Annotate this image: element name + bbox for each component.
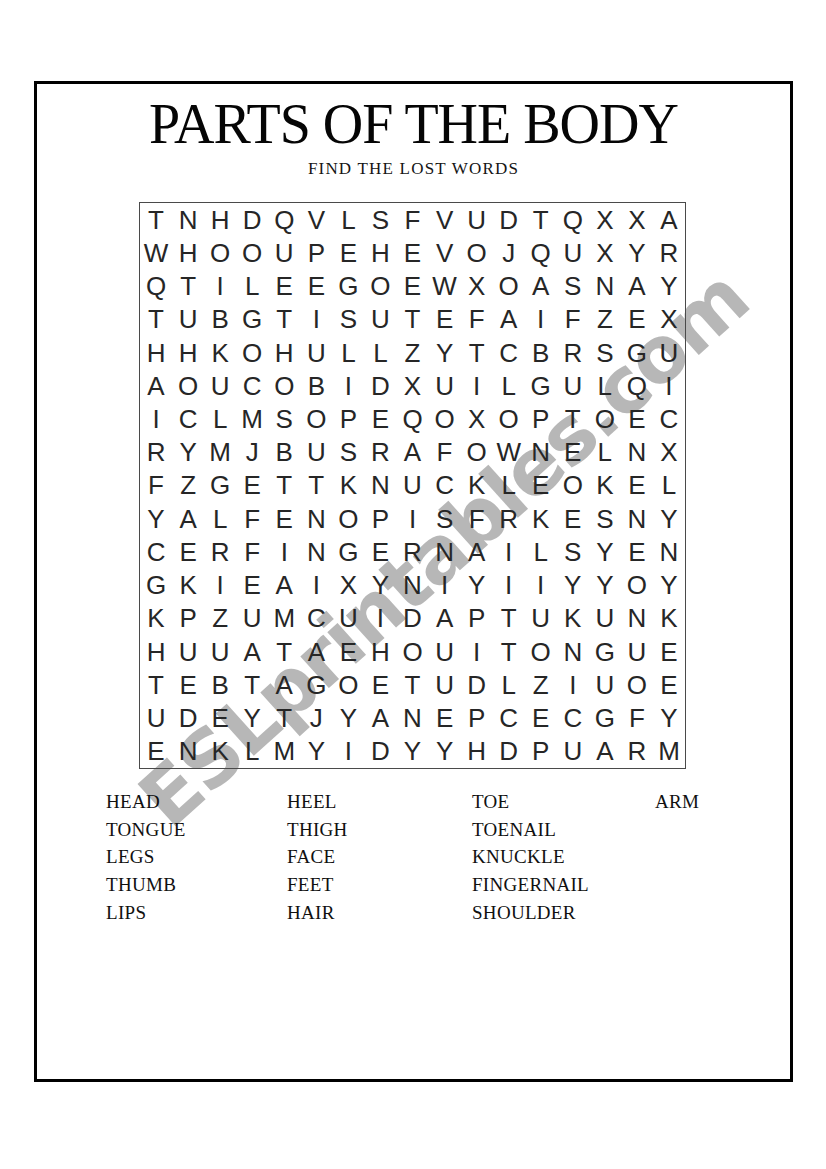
grid-cell: L <box>364 336 396 369</box>
grid-cell: I <box>300 303 332 336</box>
grid-cell: M <box>653 735 685 768</box>
grid-cell: B <box>204 668 236 701</box>
grid-cell: T <box>268 635 300 668</box>
grid-cell: Y <box>653 569 685 602</box>
grid-cell: M <box>268 602 300 635</box>
grid-cell: E <box>429 303 461 336</box>
grid-cell: F <box>236 535 268 568</box>
grid-cell: O <box>332 502 364 535</box>
grid-cell: J <box>236 436 268 469</box>
page-subtitle: FIND THE LOST WORDS <box>37 160 790 177</box>
grid-cell: L <box>525 535 557 568</box>
grid-cell: T <box>396 303 428 336</box>
grid-cell: K <box>589 469 621 502</box>
grid-cell: T <box>140 303 172 336</box>
grid-cell: H <box>268 336 300 369</box>
grid-cell: X <box>332 569 364 602</box>
grid-cell: D <box>396 602 428 635</box>
grid-cell: I <box>493 569 525 602</box>
grid-cell: B <box>204 303 236 336</box>
grid-cell: F <box>140 469 172 502</box>
grid-cell: Z <box>204 602 236 635</box>
grid-cell: Y <box>653 269 685 302</box>
grid-cell: N <box>300 502 332 535</box>
grid-cell: W <box>429 269 461 302</box>
grid-cell: C <box>140 535 172 568</box>
word-list-column: TOETOENAILKNUCKLEFINGERNAILSHOULDER <box>472 788 589 927</box>
grid-cell: A <box>268 569 300 602</box>
grid-cell: H <box>140 635 172 668</box>
grid-cell: Y <box>461 569 493 602</box>
grid-cell: E <box>268 502 300 535</box>
grid-cell: P <box>364 502 396 535</box>
grid-cell: G <box>621 336 653 369</box>
grid-cell: Y <box>621 236 653 269</box>
grid-cell: I <box>396 502 428 535</box>
grid-cell: W <box>140 236 172 269</box>
grid-cell: K <box>525 502 557 535</box>
grid-cell: O <box>461 236 493 269</box>
grid-cell: L <box>653 469 685 502</box>
grid-cell: T <box>268 303 300 336</box>
grid-cell: Z <box>396 336 428 369</box>
grid-cell: Y <box>429 336 461 369</box>
grid-cell: H <box>172 336 204 369</box>
grid-cell: L <box>589 369 621 402</box>
grid-cell: Y <box>429 735 461 768</box>
grid-cell: D <box>364 369 396 402</box>
word-list-item: SHOULDER <box>472 899 589 927</box>
grid-cell: L <box>332 336 364 369</box>
grid-cell: N <box>396 569 428 602</box>
grid-cell: U <box>589 602 621 635</box>
grid-cell: E <box>332 635 364 668</box>
grid-cell: P <box>461 702 493 735</box>
word-list-item: THIGH <box>287 816 348 844</box>
grid-cell: A <box>140 369 172 402</box>
grid-cell: P <box>172 602 204 635</box>
grid-cell: P <box>525 402 557 435</box>
grid-cell: K <box>653 602 685 635</box>
grid-cell: E <box>364 535 396 568</box>
grid-cell: B <box>525 336 557 369</box>
grid-cell: Z <box>172 469 204 502</box>
grid-cell: L <box>589 436 621 469</box>
grid-cell: A <box>461 535 493 568</box>
grid-cell: A <box>429 602 461 635</box>
grid-cell: P <box>461 602 493 635</box>
grid-cell: A <box>493 303 525 336</box>
grid-cell: Z <box>589 303 621 336</box>
grid-cell: U <box>140 702 172 735</box>
word-list-item: ARM <box>655 788 699 816</box>
grid-cell: S <box>332 436 364 469</box>
grid-cell: O <box>493 402 525 435</box>
grid-cell: P <box>300 236 332 269</box>
grid-cell: U <box>461 203 493 236</box>
grid-cell: U <box>429 668 461 701</box>
grid-cell: L <box>493 469 525 502</box>
grid-cell: G <box>236 303 268 336</box>
grid-cell: U <box>557 236 589 269</box>
grid-cell: U <box>589 668 621 701</box>
word-list-column: ARM <box>655 788 699 816</box>
grid-cell: E <box>621 535 653 568</box>
grid-cell: N <box>525 436 557 469</box>
grid-cell: C <box>493 702 525 735</box>
grid-cell: F <box>396 203 428 236</box>
grid-cell: T <box>493 602 525 635</box>
grid-cell: K <box>204 336 236 369</box>
grid-cell: Y <box>140 502 172 535</box>
grid-cell: D <box>364 735 396 768</box>
grid-cell: I <box>461 369 493 402</box>
grid-cell: I <box>332 369 364 402</box>
grid-cell: H <box>140 336 172 369</box>
grid-cell: L <box>332 203 364 236</box>
grid-cell: D <box>172 702 204 735</box>
grid-cell: E <box>236 469 268 502</box>
grid-cell: A <box>396 436 428 469</box>
grid-cell: U <box>429 369 461 402</box>
grid-cell: U <box>300 436 332 469</box>
grid-cell: E <box>429 702 461 735</box>
grid-cell: E <box>172 535 204 568</box>
grid-cell: U <box>525 602 557 635</box>
grid-cell: O <box>621 668 653 701</box>
grid-cell: S <box>557 535 589 568</box>
grid-cell: D <box>493 203 525 236</box>
grid-cell: T <box>268 702 300 735</box>
word-list-item: HAIR <box>287 899 348 927</box>
grid-cell: G <box>332 535 364 568</box>
grid-cell: C <box>236 369 268 402</box>
grid-cell: U <box>396 469 428 502</box>
grid-cell: R <box>396 535 428 568</box>
grid-cell: U <box>557 735 589 768</box>
grid-cell: O <box>268 369 300 402</box>
grid-cell: I <box>300 569 332 602</box>
grid-cell: K <box>461 469 493 502</box>
grid-cell: L <box>493 668 525 701</box>
word-list-item: FINGERNAIL <box>472 871 589 899</box>
word-list-column: HEELTHIGHFACEFEETHAIR <box>287 788 348 927</box>
word-list-item: TONGUE <box>106 816 186 844</box>
grid-cell: Y <box>332 702 364 735</box>
grid-cell: X <box>653 436 685 469</box>
grid-cell: N <box>557 635 589 668</box>
grid-cell: I <box>268 535 300 568</box>
word-list-item: KNUCKLE <box>472 843 589 871</box>
grid-cell: S <box>557 269 589 302</box>
grid-cell: M <box>268 735 300 768</box>
grid-cell: K <box>332 469 364 502</box>
grid-cell: O <box>621 569 653 602</box>
grid-cell: E <box>204 702 236 735</box>
grid-cell: R <box>204 535 236 568</box>
grid-cell: U <box>429 635 461 668</box>
grid-cell: C <box>493 336 525 369</box>
grid-cell: L <box>236 735 268 768</box>
grid-cell: R <box>653 236 685 269</box>
grid-cell: C <box>557 702 589 735</box>
grid-cell: A <box>653 203 685 236</box>
grid-cell: S <box>429 502 461 535</box>
grid-cell: G <box>332 269 364 302</box>
grid-cell: G <box>589 702 621 735</box>
grid-cell: E <box>525 469 557 502</box>
grid-cell: M <box>236 402 268 435</box>
grid-cell: A <box>300 635 332 668</box>
worksheet-frame: PARTS OF THE BODY FIND THE LOST WORDS TN… <box>34 81 793 1082</box>
grid-cell: O <box>236 336 268 369</box>
word-list-item: FACE <box>287 843 348 871</box>
grid-cell: Y <box>236 702 268 735</box>
grid-cell: Q <box>525 236 557 269</box>
word-list-item: HEEL <box>287 788 348 816</box>
grid-cell: E <box>236 569 268 602</box>
word-list-item: LIPS <box>106 899 186 927</box>
grid-cell: G <box>140 569 172 602</box>
grid-cell: D <box>461 668 493 701</box>
grid-cell: U <box>204 635 236 668</box>
grid-cell: F <box>461 303 493 336</box>
grid-cell: U <box>172 303 204 336</box>
grid-cell: I <box>493 535 525 568</box>
grid-cell: G <box>300 668 332 701</box>
grid-cell: V <box>300 203 332 236</box>
grid-cell: F <box>236 502 268 535</box>
grid-cell: L <box>236 269 268 302</box>
wordsearch-grid: TNHDQVLSFVUDTQXXAWHOOUPEHEVOJQUXYRQTILEE… <box>139 202 686 769</box>
grid-cell: J <box>493 236 525 269</box>
grid-cell: A <box>525 269 557 302</box>
grid-cell: O <box>525 635 557 668</box>
grid-cell: F <box>429 436 461 469</box>
grid-cell: Q <box>396 402 428 435</box>
grid-cell: Y <box>172 436 204 469</box>
grid-cell: V <box>429 236 461 269</box>
grid-cell: I <box>140 402 172 435</box>
grid-cell: Q <box>557 203 589 236</box>
grid-cell: G <box>589 635 621 668</box>
grid-cell: E <box>621 303 653 336</box>
word-list-item: TOE <box>472 788 589 816</box>
grid-cell: O <box>589 402 621 435</box>
grid-cell: H <box>172 236 204 269</box>
word-list-column: HEADTONGUELEGSTHUMBLIPS <box>106 788 186 927</box>
page-title: PARTS OF THE BODY <box>37 96 790 152</box>
grid-cell: K <box>557 602 589 635</box>
grid-cell: O <box>557 469 589 502</box>
grid-cell: N <box>300 535 332 568</box>
grid-cell: A <box>364 702 396 735</box>
grid-cell: I <box>364 602 396 635</box>
grid-cell: C <box>172 402 204 435</box>
word-list-item: THUMB <box>106 871 186 899</box>
grid-cell: P <box>525 735 557 768</box>
grid-cell: Y <box>653 702 685 735</box>
grid-cell: W <box>493 436 525 469</box>
grid-cell: E <box>268 269 300 302</box>
grid-cell: N <box>364 469 396 502</box>
grid-cell: T <box>525 203 557 236</box>
grid-cell: E <box>364 668 396 701</box>
grid-cell: X <box>621 203 653 236</box>
word-list-item: TOENAIL <box>472 816 589 844</box>
grid-cell: E <box>364 402 396 435</box>
grid-cell: T <box>268 469 300 502</box>
grid-cell: O <box>172 369 204 402</box>
grid-cell: O <box>461 436 493 469</box>
grid-cell: O <box>332 668 364 701</box>
grid-cell: H <box>364 236 396 269</box>
grid-cell: N <box>621 602 653 635</box>
grid-cell: N <box>653 535 685 568</box>
grid-cell: X <box>589 203 621 236</box>
grid-cell: E <box>140 735 172 768</box>
grid-cell: T <box>557 402 589 435</box>
grid-cell: T <box>461 336 493 369</box>
grid-cell: S <box>364 203 396 236</box>
grid-cell: U <box>364 303 396 336</box>
grid-cell: T <box>140 203 172 236</box>
grid-cell: Z <box>525 668 557 701</box>
grid-cell: E <box>332 236 364 269</box>
grid-cell: T <box>172 269 204 302</box>
grid-cell: E <box>396 269 428 302</box>
grid-cell: M <box>204 436 236 469</box>
grid-cell: F <box>557 303 589 336</box>
grid-cell: G <box>525 369 557 402</box>
grid-cell: N <box>621 436 653 469</box>
grid-cell: D <box>493 735 525 768</box>
grid-cell: Y <box>396 735 428 768</box>
word-list-item: HEAD <box>106 788 186 816</box>
grid-cell: U <box>236 602 268 635</box>
grid-cell: X <box>461 269 493 302</box>
grid-cell: R <box>364 436 396 469</box>
grid-cell: P <box>332 402 364 435</box>
grid-cell: V <box>429 203 461 236</box>
grid-cell: K <box>172 569 204 602</box>
grid-cell: K <box>140 602 172 635</box>
grid-cell: L <box>204 402 236 435</box>
grid-cell: E <box>300 269 332 302</box>
grid-cell: N <box>172 735 204 768</box>
grid-cell: U <box>204 369 236 402</box>
grid-cell: X <box>589 236 621 269</box>
grid-cell: I <box>525 569 557 602</box>
grid-cell: L <box>204 502 236 535</box>
grid-cell: R <box>493 502 525 535</box>
grid-cell: U <box>172 635 204 668</box>
grid-cell: Q <box>621 369 653 402</box>
grid-cell: U <box>621 635 653 668</box>
grid-cell: Y <box>557 569 589 602</box>
grid-cell: I <box>653 369 685 402</box>
grid-cell: S <box>589 336 621 369</box>
grid-cell: Y <box>589 535 621 568</box>
grid-cell: U <box>332 602 364 635</box>
grid-cell: E <box>172 668 204 701</box>
grid-cell: C <box>429 469 461 502</box>
grid-cell: N <box>172 203 204 236</box>
grid-cell: R <box>557 336 589 369</box>
grid-cell: H <box>364 635 396 668</box>
grid-cell: S <box>332 303 364 336</box>
grid-cell: T <box>236 668 268 701</box>
grid-cell: O <box>364 269 396 302</box>
grid-cell: U <box>653 336 685 369</box>
grid-cell: D <box>236 203 268 236</box>
word-list: HEADTONGUELEGSTHUMBLIPSHEELTHIGHFACEFEET… <box>37 788 790 948</box>
grid-cell: Q <box>140 269 172 302</box>
grid-cell: T <box>140 668 172 701</box>
grid-cell: C <box>300 602 332 635</box>
grid-cell: O <box>493 269 525 302</box>
word-list-item: FEET <box>287 871 348 899</box>
grid-cell: Y <box>589 569 621 602</box>
grid-cell: F <box>621 702 653 735</box>
grid-cell: Y <box>300 735 332 768</box>
grid-cell: U <box>300 336 332 369</box>
grid-cell: N <box>589 269 621 302</box>
grid-cell: E <box>557 436 589 469</box>
grid-cell: I <box>332 735 364 768</box>
grid-cell: T <box>300 469 332 502</box>
grid-cell: T <box>396 668 428 701</box>
grid-cell: I <box>429 569 461 602</box>
grid-cell: R <box>140 436 172 469</box>
grid-cell: H <box>461 735 493 768</box>
grid-cell: H <box>204 203 236 236</box>
grid-cell: I <box>204 269 236 302</box>
grid-cell: X <box>461 402 493 435</box>
grid-cell: Y <box>364 569 396 602</box>
grid-cell: I <box>204 569 236 602</box>
grid-cell: S <box>589 502 621 535</box>
grid-cell: A <box>236 635 268 668</box>
grid-cell: I <box>557 668 589 701</box>
grid-cell: K <box>204 735 236 768</box>
grid-cell: O <box>396 635 428 668</box>
grid-cell: J <box>300 702 332 735</box>
grid-cell: A <box>621 269 653 302</box>
grid-cell: E <box>525 702 557 735</box>
grid-cell: R <box>621 735 653 768</box>
grid-cell: C <box>653 402 685 435</box>
grid-cell: X <box>653 303 685 336</box>
grid-cell: L <box>493 369 525 402</box>
grid-cell: N <box>621 502 653 535</box>
word-list-item: LEGS <box>106 843 186 871</box>
grid-cell: O <box>300 402 332 435</box>
grid-cell: B <box>300 369 332 402</box>
grid-cell: E <box>621 469 653 502</box>
grid-cell: E <box>396 236 428 269</box>
grid-cell: O <box>204 236 236 269</box>
grid-cell: T <box>493 635 525 668</box>
grid-cell: N <box>396 702 428 735</box>
grid-cell: U <box>268 236 300 269</box>
grid-cell: A <box>589 735 621 768</box>
grid-cell: S <box>268 402 300 435</box>
grid-cell: I <box>525 303 557 336</box>
grid-cell: N <box>429 535 461 568</box>
grid-cell: U <box>557 369 589 402</box>
grid-cell: E <box>557 502 589 535</box>
